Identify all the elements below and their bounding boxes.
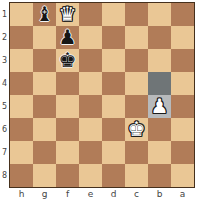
square-a2[interactable] bbox=[171, 26, 194, 49]
square-b3[interactable] bbox=[148, 49, 171, 72]
square-c2[interactable] bbox=[125, 26, 148, 49]
square-h6[interactable] bbox=[10, 118, 33, 141]
square-f4[interactable] bbox=[56, 72, 79, 95]
square-a4[interactable] bbox=[171, 72, 194, 95]
square-a8[interactable] bbox=[171, 164, 194, 187]
rank-label-6: 6 bbox=[0, 118, 9, 141]
square-d3[interactable] bbox=[102, 49, 125, 72]
square-g7[interactable] bbox=[33, 141, 56, 164]
square-c5[interactable] bbox=[125, 95, 148, 118]
rank-labels: 12345678 bbox=[0, 3, 9, 187]
square-f2[interactable]: ♟ bbox=[56, 26, 79, 49]
chess-board: ♝♛♟♚♟♚ bbox=[9, 2, 195, 188]
square-g3[interactable] bbox=[33, 49, 56, 72]
square-c3[interactable] bbox=[125, 49, 148, 72]
square-g2[interactable] bbox=[33, 26, 56, 49]
rank-label-2: 2 bbox=[0, 26, 9, 49]
square-h3[interactable] bbox=[10, 49, 33, 72]
file-labels: hgfedcba bbox=[10, 188, 194, 200]
square-g6[interactable] bbox=[33, 118, 56, 141]
square-f6[interactable] bbox=[56, 118, 79, 141]
square-e8[interactable] bbox=[79, 164, 102, 187]
square-g4[interactable] bbox=[33, 72, 56, 95]
file-label-g: g bbox=[33, 188, 56, 200]
square-c6[interactable]: ♚ bbox=[125, 118, 148, 141]
rank-label-5: 5 bbox=[0, 95, 9, 118]
square-d1[interactable] bbox=[102, 3, 125, 26]
square-b5[interactable]: ♟ bbox=[148, 95, 171, 118]
black-bishop-piece[interactable]: ♝ bbox=[36, 3, 54, 26]
square-f1[interactable]: ♛ bbox=[56, 3, 79, 26]
file-label-h: h bbox=[10, 188, 33, 200]
file-label-f: f bbox=[56, 188, 79, 200]
square-d2[interactable] bbox=[102, 26, 125, 49]
square-f8[interactable] bbox=[56, 164, 79, 187]
file-label-d: d bbox=[102, 188, 125, 200]
rank-label-4: 4 bbox=[0, 72, 9, 95]
white-pawn-piece[interactable]: ♟ bbox=[151, 95, 169, 118]
square-e2[interactable] bbox=[79, 26, 102, 49]
square-g1[interactable]: ♝ bbox=[33, 3, 56, 26]
rank-label-1: 1 bbox=[0, 3, 9, 26]
rank-label-7: 7 bbox=[0, 141, 9, 164]
square-f3[interactable]: ♚ bbox=[56, 49, 79, 72]
file-label-c: c bbox=[125, 188, 148, 200]
square-g5[interactable] bbox=[33, 95, 56, 118]
square-a7[interactable] bbox=[171, 141, 194, 164]
square-b7[interactable] bbox=[148, 141, 171, 164]
file-label-e: e bbox=[79, 188, 102, 200]
square-f7[interactable] bbox=[56, 141, 79, 164]
square-h1[interactable] bbox=[10, 3, 33, 26]
square-a1[interactable] bbox=[171, 3, 194, 26]
square-h7[interactable] bbox=[10, 141, 33, 164]
square-d8[interactable] bbox=[102, 164, 125, 187]
black-king-piece[interactable]: ♚ bbox=[59, 49, 77, 72]
square-h5[interactable] bbox=[10, 95, 33, 118]
square-c7[interactable] bbox=[125, 141, 148, 164]
square-c8[interactable] bbox=[125, 164, 148, 187]
file-label-a: a bbox=[171, 188, 194, 200]
square-d6[interactable] bbox=[102, 118, 125, 141]
square-h2[interactable] bbox=[10, 26, 33, 49]
square-e6[interactable] bbox=[79, 118, 102, 141]
square-a5[interactable] bbox=[171, 95, 194, 118]
square-f5[interactable] bbox=[56, 95, 79, 118]
square-a3[interactable] bbox=[171, 49, 194, 72]
rank-label-3: 3 bbox=[0, 49, 9, 72]
chess-diagram: 12345678 ♝♛♟♚♟♚ hgfedcba bbox=[0, 0, 200, 200]
square-a6[interactable] bbox=[171, 118, 194, 141]
square-e4[interactable] bbox=[79, 72, 102, 95]
square-c1[interactable] bbox=[125, 3, 148, 26]
square-b4[interactable] bbox=[148, 72, 171, 95]
square-c4[interactable] bbox=[125, 72, 148, 95]
square-h4[interactable] bbox=[10, 72, 33, 95]
rank-label-8: 8 bbox=[0, 164, 9, 187]
white-queen-piece[interactable]: ♛ bbox=[59, 3, 77, 26]
white-king-piece[interactable]: ♚ bbox=[128, 118, 146, 141]
square-d4[interactable] bbox=[102, 72, 125, 95]
file-label-b: b bbox=[148, 188, 171, 200]
square-b1[interactable] bbox=[148, 3, 171, 26]
black-pawn-piece[interactable]: ♟ bbox=[59, 26, 77, 49]
square-e5[interactable] bbox=[79, 95, 102, 118]
square-b2[interactable] bbox=[148, 26, 171, 49]
square-d5[interactable] bbox=[102, 95, 125, 118]
square-g8[interactable] bbox=[33, 164, 56, 187]
square-b6[interactable] bbox=[148, 118, 171, 141]
square-b8[interactable] bbox=[148, 164, 171, 187]
square-e7[interactable] bbox=[79, 141, 102, 164]
square-e3[interactable] bbox=[79, 49, 102, 72]
square-d7[interactable] bbox=[102, 141, 125, 164]
square-h8[interactable] bbox=[10, 164, 33, 187]
square-e1[interactable] bbox=[79, 3, 102, 26]
